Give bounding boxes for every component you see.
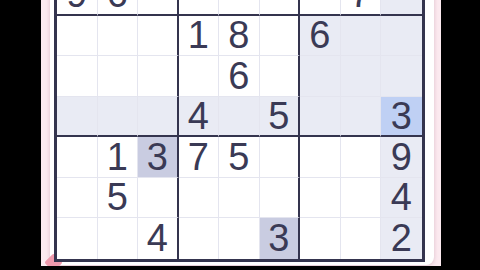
cell-r5c5[interactable]: 6 [219,56,260,97]
cell-r7c1[interactable] [57,137,98,178]
cell-r7c6[interactable] [260,137,301,178]
cell-r7c7[interactable] [300,137,341,178]
cell-r8c2[interactable]: 5 [98,178,139,219]
cell-r4c5[interactable]: 8 [219,16,260,57]
cell-r3c4[interactable] [179,0,220,16]
cell-r9c8[interactable] [341,218,382,259]
cell-r4c2[interactable] [98,16,139,57]
cell-r6c9[interactable]: 3 [381,97,422,138]
cell-r3c9[interactable] [381,0,422,16]
cell-r9c5[interactable] [219,218,260,259]
cell-r5c9[interactable] [381,56,422,97]
cell-r9c6[interactable]: 3 [260,218,301,259]
cell-r6c3[interactable] [138,97,179,138]
cell-r5c1[interactable] [57,56,98,97]
cell-r5c6[interactable] [260,56,301,97]
viewport: 96718664531375954432 [0,0,480,270]
cell-r7c2[interactable]: 1 [98,137,139,178]
cell-r3c2[interactable]: 6 [98,0,139,16]
cell-r7c4[interactable]: 7 [179,137,220,178]
cell-r4c7[interactable]: 6 [300,16,341,57]
cell-r4c4[interactable]: 1 [179,16,220,57]
cell-r6c8[interactable] [341,97,382,138]
cell-r9c2[interactable] [98,218,139,259]
cell-r3c1[interactable]: 9 [57,0,98,16]
cell-r8c5[interactable] [219,178,260,219]
cell-r7c5[interactable]: 5 [219,137,260,178]
cell-r5c4[interactable] [179,56,220,97]
cell-r4c6[interactable] [260,16,301,57]
cell-r8c4[interactable] [179,178,220,219]
cell-r7c9[interactable]: 9 [381,137,422,178]
cell-r9c3[interactable]: 4 [138,218,179,259]
cell-r6c2[interactable] [98,97,139,138]
cell-r6c7[interactable] [300,97,341,138]
cell-r6c6[interactable]: 5 [260,97,301,138]
cell-r3c6[interactable] [260,0,301,16]
sudoku-grid: 96718664531375954432 [54,0,425,262]
cell-r8c8[interactable] [341,178,382,219]
cell-r4c1[interactable] [57,16,98,57]
cell-r5c7[interactable] [300,56,341,97]
cell-r9c1[interactable] [57,218,98,259]
cell-r6c5[interactable] [219,97,260,138]
cell-r6c4[interactable]: 4 [179,97,220,138]
cell-r8c1[interactable] [57,178,98,219]
cell-r8c6[interactable] [260,178,301,219]
cell-r7c3[interactable]: 3 [138,137,179,178]
cell-r9c9[interactable]: 2 [381,218,422,259]
cell-r3c8[interactable]: 7 [341,0,382,16]
cell-r5c3[interactable] [138,56,179,97]
cell-r8c9[interactable]: 4 [381,178,422,219]
cell-r9c7[interactable] [300,218,341,259]
cell-r3c7[interactable] [300,0,341,16]
cell-r5c2[interactable] [98,56,139,97]
cell-r4c9[interactable] [381,16,422,57]
cell-r3c3[interactable] [138,0,179,16]
letterbox-bottom-bar [0,266,480,270]
cell-r4c8[interactable] [341,16,382,57]
cell-r9c4[interactable] [179,218,220,259]
cell-r4c3[interactable] [138,16,179,57]
cell-r3c5[interactable] [219,0,260,16]
cell-r5c8[interactable] [341,56,382,97]
cell-r6c1[interactable] [57,97,98,138]
cell-r7c8[interactable] [341,137,382,178]
cell-r8c3[interactable] [138,178,179,219]
cell-r8c7[interactable] [300,178,341,219]
